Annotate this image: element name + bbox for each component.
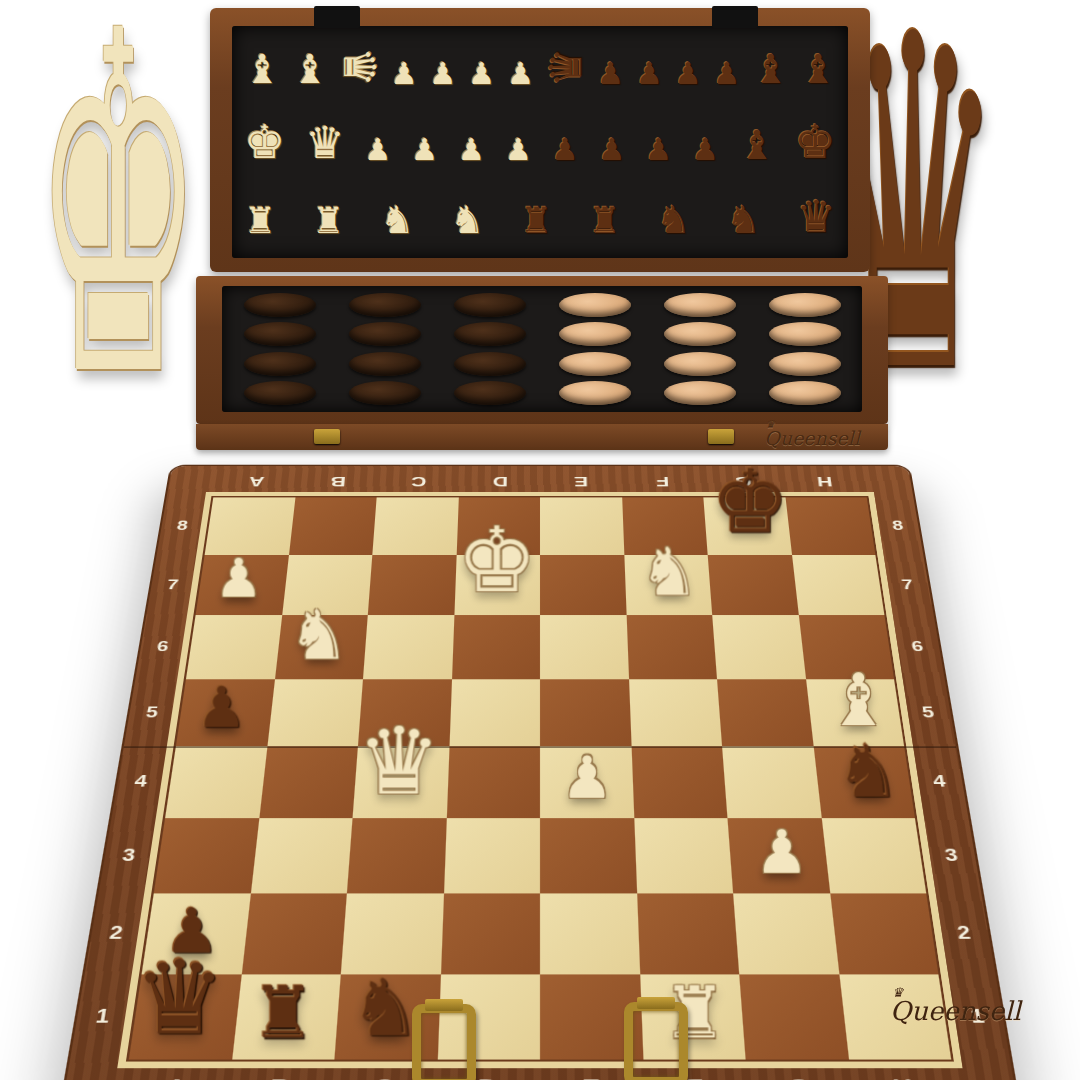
square-g4[interactable] (722, 746, 821, 817)
stored-piece-1-5[interactable]: ♟ (430, 59, 457, 89)
stored-piece-3-4[interactable]: ♞ (450, 201, 484, 239)
stored-piece-1-3[interactable]: ♛ (337, 47, 381, 86)
stored-piece-1-8[interactable]: ♛ (544, 47, 588, 86)
square-h6[interactable] (798, 615, 894, 679)
giant-white-king: ♚ (34, 0, 203, 442)
tray-slot-1-2 (442, 322, 537, 348)
stored-piece-2-12[interactable]: ♚ (795, 119, 836, 165)
stored-piece-3-1[interactable]: ♜ (244, 203, 276, 239)
stored-piece-3-8[interactable]: ♞ (726, 201, 760, 239)
square-d6[interactable] (451, 615, 540, 679)
stored-piece-1-7[interactable]: ♟ (507, 59, 534, 89)
light-checker-disc[interactable] (769, 293, 841, 317)
stored-piece-2-5[interactable]: ♟ (458, 135, 485, 165)
fold-seam (124, 746, 957, 748)
tray-slot-3-4 (652, 381, 747, 407)
case-row-3: ♜♜♞♞♜♜♞♞♛ (238, 195, 842, 239)
square-d4[interactable] (446, 746, 540, 817)
square-f6[interactable] (626, 615, 717, 679)
square-c2[interactable] (341, 893, 444, 973)
hinge-strap-right (712, 6, 758, 28)
tray-slot-1-1 (337, 322, 432, 348)
stored-piece-1-11[interactable]: ♟ (675, 59, 702, 89)
square-b6[interactable] (274, 615, 367, 679)
tray-slot-3-3 (547, 381, 642, 407)
stored-piece-2-8[interactable]: ♟ (598, 135, 625, 165)
square-g2[interactable] (733, 893, 839, 973)
dark-checker-disc[interactable] (454, 352, 526, 376)
square-f4[interactable] (631, 746, 727, 817)
square-e3[interactable] (540, 818, 637, 894)
tray-slot-0-3 (547, 292, 642, 318)
tray-slot-0-4 (652, 292, 747, 318)
square-d5[interactable] (449, 679, 540, 746)
dark-checker-disc[interactable] (244, 293, 316, 317)
board-logo: ♛ Queensell (890, 996, 1021, 1026)
square-e7[interactable] (540, 555, 626, 615)
stored-piece-3-2[interactable]: ♜ (312, 203, 344, 239)
square-e6[interactable] (540, 615, 629, 679)
case-row-1: ♝♝♛♟♟♟♟♛♟♟♟♟♝♝ (238, 45, 842, 89)
tray-slot-1-0 (232, 322, 327, 348)
square-e2[interactable] (540, 893, 640, 973)
tray-slot-2-0 (232, 351, 327, 377)
tray-slot-2-4 (652, 351, 747, 377)
stored-piece-1-14[interactable]: ♝ (800, 49, 836, 89)
square-d2[interactable] (440, 893, 540, 973)
stored-piece-3-5[interactable]: ♜ (520, 203, 552, 239)
stored-piece-1-1[interactable]: ♝ (244, 49, 280, 89)
dark-checker-disc[interactable] (349, 352, 421, 376)
square-f2[interactable] (637, 893, 740, 973)
stored-piece-2-4[interactable]: ♟ (411, 135, 438, 165)
light-checker-disc[interactable] (769, 381, 841, 405)
stored-piece-2-11[interactable]: ♝ (739, 125, 775, 165)
square-h3[interactable] (821, 818, 926, 894)
square-a4[interactable] (165, 746, 267, 817)
light-checker-disc[interactable] (664, 322, 736, 346)
square-a3[interactable] (154, 818, 259, 894)
tray-slot-2-2 (442, 351, 537, 377)
square-e5[interactable] (540, 679, 631, 746)
tray-slot-0-0 (232, 292, 327, 318)
square-f7[interactable] (624, 555, 712, 615)
square-g6[interactable] (712, 615, 805, 679)
square-a6[interactable] (186, 615, 282, 679)
stored-piece-1-13[interactable]: ♝ (752, 49, 788, 89)
tray-slot-0-1 (337, 292, 432, 318)
dark-checker-disc[interactable] (244, 322, 316, 346)
square-d7[interactable] (454, 555, 540, 615)
light-checker-disc[interactable] (559, 352, 631, 376)
stored-piece-1-9[interactable]: ♟ (597, 59, 624, 89)
square-h7[interactable] (792, 555, 885, 615)
light-checker-disc[interactable] (664, 352, 736, 376)
tray-slot-1-4 (652, 322, 747, 348)
tray-slot-1-5 (757, 322, 852, 348)
square-b1[interactable] (232, 974, 341, 1060)
square-b2[interactable] (241, 893, 347, 973)
square-f3[interactable] (634, 818, 733, 894)
hinge-strap-left (314, 6, 360, 28)
stored-piece-2-7[interactable]: ♟ (552, 135, 579, 165)
board-latch-left[interactable] (412, 1004, 476, 1080)
square-h5[interactable] (806, 679, 905, 746)
stored-piece-1-10[interactable]: ♟ (636, 59, 663, 89)
stored-piece-1-6[interactable]: ♟ (468, 59, 495, 89)
light-checker-disc[interactable] (769, 352, 841, 376)
board-logo-text: Queensell (890, 996, 1021, 1026)
board-squares (129, 497, 951, 1059)
light-checker-disc[interactable] (559, 293, 631, 317)
dark-checker-disc[interactable] (244, 381, 316, 405)
stored-piece-2-1[interactable]: ♚ (244, 119, 285, 165)
stored-piece-1-2[interactable]: ♝ (292, 49, 328, 89)
square-c5[interactable] (358, 679, 452, 746)
tray-slot-2-5 (757, 351, 852, 377)
square-a2[interactable] (142, 893, 251, 973)
stored-piece-2-2[interactable]: ♛ (305, 121, 344, 165)
light-checker-disc[interactable] (769, 322, 841, 346)
square-a7[interactable] (196, 555, 289, 615)
tray-slot-3-2 (442, 381, 537, 407)
stored-piece-3-3[interactable]: ♞ (380, 201, 414, 239)
stored-piece-2-3[interactable]: ♟ (364, 135, 391, 165)
dark-checker-disc[interactable] (454, 381, 526, 405)
dark-checker-disc[interactable] (349, 322, 421, 346)
square-f5[interactable] (629, 679, 723, 746)
square-d3[interactable] (443, 818, 540, 894)
case-lid-felt: ♝♝♛♟♟♟♟♛♟♟♟♟♝♝♚♛♟♟♟♟♟♟♟♟♝♚♜♜♞♞♜♜♞♞♛ (232, 26, 848, 258)
dark-checker-disc[interactable] (244, 352, 316, 376)
square-a1[interactable] (129, 974, 241, 1060)
square-g1[interactable] (739, 974, 848, 1060)
tray-slot-3-1 (337, 381, 432, 407)
square-c7[interactable] (368, 555, 456, 615)
crown-icon: ♛ (765, 418, 775, 431)
dark-checker-disc[interactable] (454, 322, 526, 346)
square-a5[interactable] (176, 679, 275, 746)
square-h4[interactable] (813, 746, 915, 817)
stored-piece-2-6[interactable]: ♟ (505, 135, 532, 165)
tray-slot-3-5 (757, 381, 852, 407)
tray-slot-2-3 (547, 351, 642, 377)
crown-icon: ♛ (892, 985, 904, 1000)
square-b4[interactable] (259, 746, 358, 817)
board-latch-right[interactable] (624, 1002, 688, 1080)
dark-checker-disc[interactable] (454, 293, 526, 317)
case-lid: ♝♝♛♟♟♟♟♛♟♟♟♟♝♝♚♛♟♟♟♟♟♟♟♟♝♚♜♜♞♞♜♜♞♞♛ (210, 8, 870, 272)
tray-slot-1-3 (547, 322, 642, 348)
square-c4[interactable] (353, 746, 449, 817)
checkers-tray (222, 286, 862, 412)
stored-piece-1-12[interactable]: ♟ (714, 59, 741, 89)
light-checker-disc[interactable] (664, 381, 736, 405)
stored-piece-2-9[interactable]: ♟ (645, 135, 672, 165)
stored-piece-1-4[interactable]: ♟ (391, 59, 418, 89)
tray-slot-3-0 (232, 381, 327, 407)
board-scene: ABCDEFGH ABCDEFGH 87654321 87654321 ♚♟♚♞… (0, 436, 1080, 1080)
tray-slot-0-5 (757, 292, 852, 318)
square-g3[interactable] (727, 818, 829, 894)
tray-slot-0-2 (442, 292, 537, 318)
case-row-2: ♚♛♟♟♟♟♟♟♟♟♝♚ (238, 119, 842, 165)
stored-piece-2-10[interactable]: ♟ (692, 135, 719, 165)
square-g7[interactable] (708, 555, 799, 615)
square-b7[interactable] (282, 555, 373, 615)
light-checker-disc[interactable] (559, 381, 631, 405)
stored-piece-3-6[interactable]: ♜ (588, 203, 620, 239)
square-b3[interactable] (250, 818, 352, 894)
dark-checker-disc[interactable] (349, 381, 421, 405)
stored-piece-3-9[interactable]: ♛ (796, 195, 835, 239)
square-c6[interactable] (363, 615, 454, 679)
square-g5[interactable] (717, 679, 813, 746)
square-b5[interactable] (267, 679, 363, 746)
dark-checker-disc[interactable] (349, 293, 421, 317)
tray-slot-2-1 (337, 351, 432, 377)
square-c3[interactable] (347, 818, 446, 894)
square-e4[interactable] (540, 746, 634, 817)
stored-piece-3-7[interactable]: ♞ (657, 201, 691, 239)
square-h2[interactable] (830, 893, 939, 973)
storage-case: ♝♝♛♟♟♟♟♛♟♟♟♟♝♝♚♛♟♟♟♟♟♟♟♟♝♚♜♜♞♞♜♜♞♞♛ ♛ Qu… (196, 8, 888, 450)
case-tray (196, 276, 888, 424)
light-checker-disc[interactable] (664, 293, 736, 317)
chess-board: ABCDEFGH ABCDEFGH 87654321 87654321 ♚♟♚♞… (61, 466, 1019, 1080)
light-checker-disc[interactable] (559, 322, 631, 346)
